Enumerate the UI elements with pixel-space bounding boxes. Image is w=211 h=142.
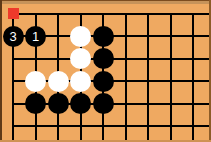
- point-6-4: [114, 70, 137, 92]
- point-8-5: [159, 92, 182, 114]
- point-9-3: [182, 48, 205, 70]
- point-4-1: [69, 3, 92, 25]
- point-1-3: [2, 48, 25, 70]
- point-5-2: [92, 25, 115, 47]
- point-8-3: [159, 48, 182, 70]
- point-1-1: [2, 3, 25, 25]
- white-stone: [70, 26, 91, 47]
- point-6-2: [114, 25, 137, 47]
- point-6-3: [114, 48, 137, 70]
- point-2-6: [24, 115, 47, 137]
- point-2-1: [24, 3, 47, 25]
- point-3-6: [47, 115, 70, 137]
- black-stone: [93, 26, 114, 47]
- frame-top-band: [0, 1, 211, 4]
- point-1-2: 3: [2, 25, 25, 47]
- black-stone-move-3: 3: [3, 26, 24, 47]
- point-1-6: [2, 115, 25, 137]
- point-4-5: [69, 92, 92, 114]
- point-7-5: [137, 92, 160, 114]
- white-stone: [70, 71, 91, 92]
- point-2-3: [24, 48, 47, 70]
- point-3-5: [47, 92, 70, 114]
- white-stone: [70, 48, 91, 69]
- point-1-5: [2, 92, 25, 114]
- white-stone: [25, 71, 46, 92]
- black-stone: [70, 93, 91, 114]
- point-4-4: [69, 70, 92, 92]
- point-8-6: [159, 115, 182, 137]
- point-6-6: [114, 115, 137, 137]
- point-9-6: [182, 115, 205, 137]
- point-5-1: [92, 3, 115, 25]
- point-8-1: [159, 3, 182, 25]
- point-7-6: [137, 115, 160, 137]
- point-9-5: [182, 92, 205, 114]
- white-stone: [48, 71, 69, 92]
- point-9-1: [182, 3, 205, 25]
- point-7-4: [137, 70, 160, 92]
- point-3-4: [47, 70, 70, 92]
- frame-bottom-border: [0, 140, 211, 142]
- point-4-6: [69, 115, 92, 137]
- point-6-5: [114, 92, 137, 114]
- point-5-3: [92, 48, 115, 70]
- point-2-2: 1: [24, 25, 47, 47]
- point-3-2: [47, 25, 70, 47]
- point-7-1: [137, 3, 160, 25]
- point-6-1: [114, 3, 137, 25]
- black-stone: [93, 48, 114, 69]
- point-7-2: [137, 25, 160, 47]
- point-1-4: [2, 70, 25, 92]
- point-7-3: [137, 48, 160, 70]
- point-3-3: [47, 48, 70, 70]
- point-5-6: [92, 115, 115, 137]
- black-stone: [93, 93, 114, 114]
- point-9-2: [182, 25, 205, 47]
- point-3-1: [47, 3, 70, 25]
- point-5-4: [92, 70, 115, 92]
- point-8-4: [159, 70, 182, 92]
- go-diagram: 31: [0, 0, 211, 142]
- point-2-5: [24, 92, 47, 114]
- frame-right-border: [209, 0, 211, 142]
- point-2-4: [24, 70, 47, 92]
- black-stone-move-1: 1: [25, 26, 46, 47]
- point-4-3: [69, 48, 92, 70]
- point-4-2: [69, 25, 92, 47]
- frame-left-border: [0, 0, 2, 142]
- red-square-marker: [8, 8, 19, 19]
- point-9-4: [182, 70, 205, 92]
- point-8-2: [159, 25, 182, 47]
- black-stone: [48, 93, 69, 114]
- point-5-5: [92, 92, 115, 114]
- black-stone: [25, 93, 46, 114]
- go-board: 31: [2, 3, 205, 137]
- black-stone: [93, 71, 114, 92]
